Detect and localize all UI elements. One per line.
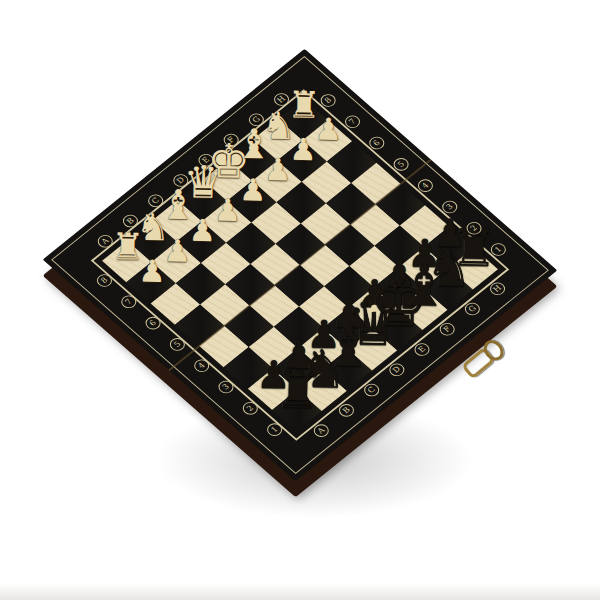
coord-label-left-7: 7 <box>118 293 139 311</box>
coord-label-left-5: 5 <box>167 336 188 354</box>
coord-label-near-F: F <box>437 320 458 338</box>
coord-label-near-D: D <box>386 361 407 379</box>
coord-label-left-6: 6 <box>142 314 163 332</box>
coord-label-near-E: E <box>411 341 432 359</box>
coord-label-right-6: 6 <box>366 134 387 152</box>
coord-label-near-H: H <box>487 280 508 298</box>
coord-label-left-2: 2 <box>240 399 261 417</box>
coord-label-near-A: A <box>311 422 332 440</box>
coord-label-left-8: 8 <box>94 272 115 290</box>
coord-label-near-G: G <box>462 300 483 318</box>
coord-label-near-B: B <box>336 401 357 419</box>
background-shade <box>0 584 600 600</box>
coord-label-right-5: 5 <box>391 155 412 173</box>
chess-board: ♜♞♝♛♚♝♞♜♟♟♟♟♟♟♟♟♟♟♟♟♟♟♟♟♜♞♝♛♚♝♞♜ AA88BB7… <box>43 49 558 481</box>
coord-label-near-C: C <box>361 381 382 399</box>
coord-label-left-3: 3 <box>215 378 236 396</box>
product-photo-stage: ♜♞♝♛♚♝♞♜♟♟♟♟♟♟♟♟♟♟♟♟♟♟♟♟♜♞♝♛♚♝♞♜ AA88BB7… <box>0 0 600 600</box>
coord-label-left-1: 1 <box>264 421 285 439</box>
coord-label-right-4: 4 <box>415 177 436 195</box>
coord-label-left-4: 4 <box>191 357 212 375</box>
